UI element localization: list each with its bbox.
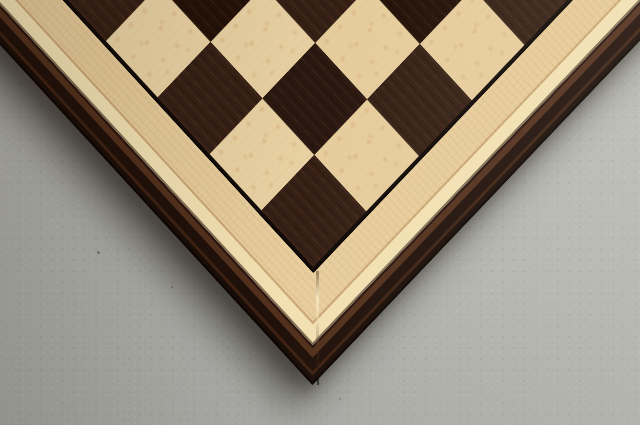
wall-speck [339,398,341,400]
wall-background [0,0,640,425]
wall-speck [97,251,100,254]
corner-miter-highlight [316,271,319,347]
corner-trim-edge [317,347,319,385]
wall-speck [171,286,173,288]
chessboard [0,0,640,385]
